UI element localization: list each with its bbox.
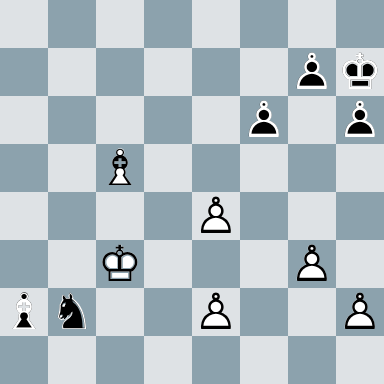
white-pawn-outline-glyph: ♙ <box>192 288 240 336</box>
square-f8[interactable] <box>240 0 288 48</box>
square-g4[interactable] <box>288 192 336 240</box>
square-c8[interactable] <box>96 0 144 48</box>
square-b8[interactable] <box>48 0 96 48</box>
square-c5[interactable]: ♝♗ <box>96 144 144 192</box>
square-h1[interactable] <box>336 336 384 384</box>
white-pawn-outline-glyph: ♙ <box>336 288 384 336</box>
square-c7[interactable] <box>96 48 144 96</box>
square-d5[interactable] <box>144 144 192 192</box>
piece-black-king[interactable]: ♚♔ <box>336 48 384 96</box>
square-c1[interactable] <box>96 336 144 384</box>
black-king-outline-glyph: ♔ <box>336 48 384 96</box>
square-a8[interactable] <box>0 0 48 48</box>
square-a3[interactable] <box>0 240 48 288</box>
square-g6[interactable] <box>288 96 336 144</box>
black-pawn-outline-glyph: ♙ <box>240 96 288 144</box>
square-g5[interactable] <box>288 144 336 192</box>
square-e3[interactable] <box>192 240 240 288</box>
piece-white-pawn[interactable]: ♟♙ <box>192 192 240 240</box>
square-h6[interactable]: ♟♙ <box>336 96 384 144</box>
square-h7[interactable]: ♚♔ <box>336 48 384 96</box>
square-d6[interactable] <box>144 96 192 144</box>
piece-black-pawn[interactable]: ♟♙ <box>288 48 336 96</box>
square-e1[interactable] <box>192 336 240 384</box>
square-b6[interactable] <box>48 96 96 144</box>
square-g8[interactable] <box>288 0 336 48</box>
square-b4[interactable] <box>48 192 96 240</box>
square-b1[interactable] <box>48 336 96 384</box>
square-e5[interactable] <box>192 144 240 192</box>
piece-white-bishop[interactable]: ♝♗ <box>96 144 144 192</box>
square-g7[interactable]: ♟♙ <box>288 48 336 96</box>
piece-black-pawn[interactable]: ♟♙ <box>336 96 384 144</box>
square-f7[interactable] <box>240 48 288 96</box>
piece-white-pawn[interactable]: ♟♙ <box>288 240 336 288</box>
square-c6[interactable] <box>96 96 144 144</box>
square-e2[interactable]: ♟♙ <box>192 288 240 336</box>
black-bishop-outline-glyph: ♗ <box>0 288 48 336</box>
chess-board: ♟♙♚♔♟♙♟♙♝♗♟♙♚♔♟♙♝♗♞♘♟♙♟♙ <box>0 0 384 384</box>
square-f6[interactable]: ♟♙ <box>240 96 288 144</box>
square-d7[interactable] <box>144 48 192 96</box>
square-a2[interactable]: ♝♗ <box>0 288 48 336</box>
square-c3[interactable]: ♚♔ <box>96 240 144 288</box>
white-bishop-outline-glyph: ♗ <box>96 144 144 192</box>
square-b5[interactable] <box>48 144 96 192</box>
square-e6[interactable] <box>192 96 240 144</box>
square-c2[interactable] <box>96 288 144 336</box>
square-g3[interactable]: ♟♙ <box>288 240 336 288</box>
square-f3[interactable] <box>240 240 288 288</box>
square-d8[interactable] <box>144 0 192 48</box>
square-a7[interactable] <box>0 48 48 96</box>
square-a4[interactable] <box>0 192 48 240</box>
piece-white-king[interactable]: ♚♔ <box>96 240 144 288</box>
piece-white-pawn[interactable]: ♟♙ <box>192 288 240 336</box>
white-king-outline-glyph: ♔ <box>96 240 144 288</box>
square-b3[interactable] <box>48 240 96 288</box>
black-knight-outline-glyph: ♘ <box>48 288 96 336</box>
black-pawn-outline-glyph: ♙ <box>288 48 336 96</box>
square-h5[interactable] <box>336 144 384 192</box>
square-h8[interactable] <box>336 0 384 48</box>
square-a6[interactable] <box>0 96 48 144</box>
square-b2[interactable]: ♞♘ <box>48 288 96 336</box>
square-d3[interactable] <box>144 240 192 288</box>
square-g1[interactable] <box>288 336 336 384</box>
square-f1[interactable] <box>240 336 288 384</box>
square-e8[interactable] <box>192 0 240 48</box>
square-e7[interactable] <box>192 48 240 96</box>
white-pawn-outline-glyph: ♙ <box>288 240 336 288</box>
white-pawn-outline-glyph: ♙ <box>192 192 240 240</box>
square-c4[interactable] <box>96 192 144 240</box>
square-d2[interactable] <box>144 288 192 336</box>
square-e4[interactable]: ♟♙ <box>192 192 240 240</box>
piece-black-bishop[interactable]: ♝♗ <box>0 288 48 336</box>
square-f4[interactable] <box>240 192 288 240</box>
piece-black-pawn[interactable]: ♟♙ <box>240 96 288 144</box>
square-h2[interactable]: ♟♙ <box>336 288 384 336</box>
black-pawn-outline-glyph: ♙ <box>336 96 384 144</box>
square-h3[interactable] <box>336 240 384 288</box>
square-b7[interactable] <box>48 48 96 96</box>
square-g2[interactable] <box>288 288 336 336</box>
piece-black-knight[interactable]: ♞♘ <box>48 288 96 336</box>
piece-white-pawn[interactable]: ♟♙ <box>336 288 384 336</box>
square-d4[interactable] <box>144 192 192 240</box>
square-f5[interactable] <box>240 144 288 192</box>
square-a1[interactable] <box>0 336 48 384</box>
square-a5[interactable] <box>0 144 48 192</box>
square-h4[interactable] <box>336 192 384 240</box>
square-d1[interactable] <box>144 336 192 384</box>
square-f2[interactable] <box>240 288 288 336</box>
